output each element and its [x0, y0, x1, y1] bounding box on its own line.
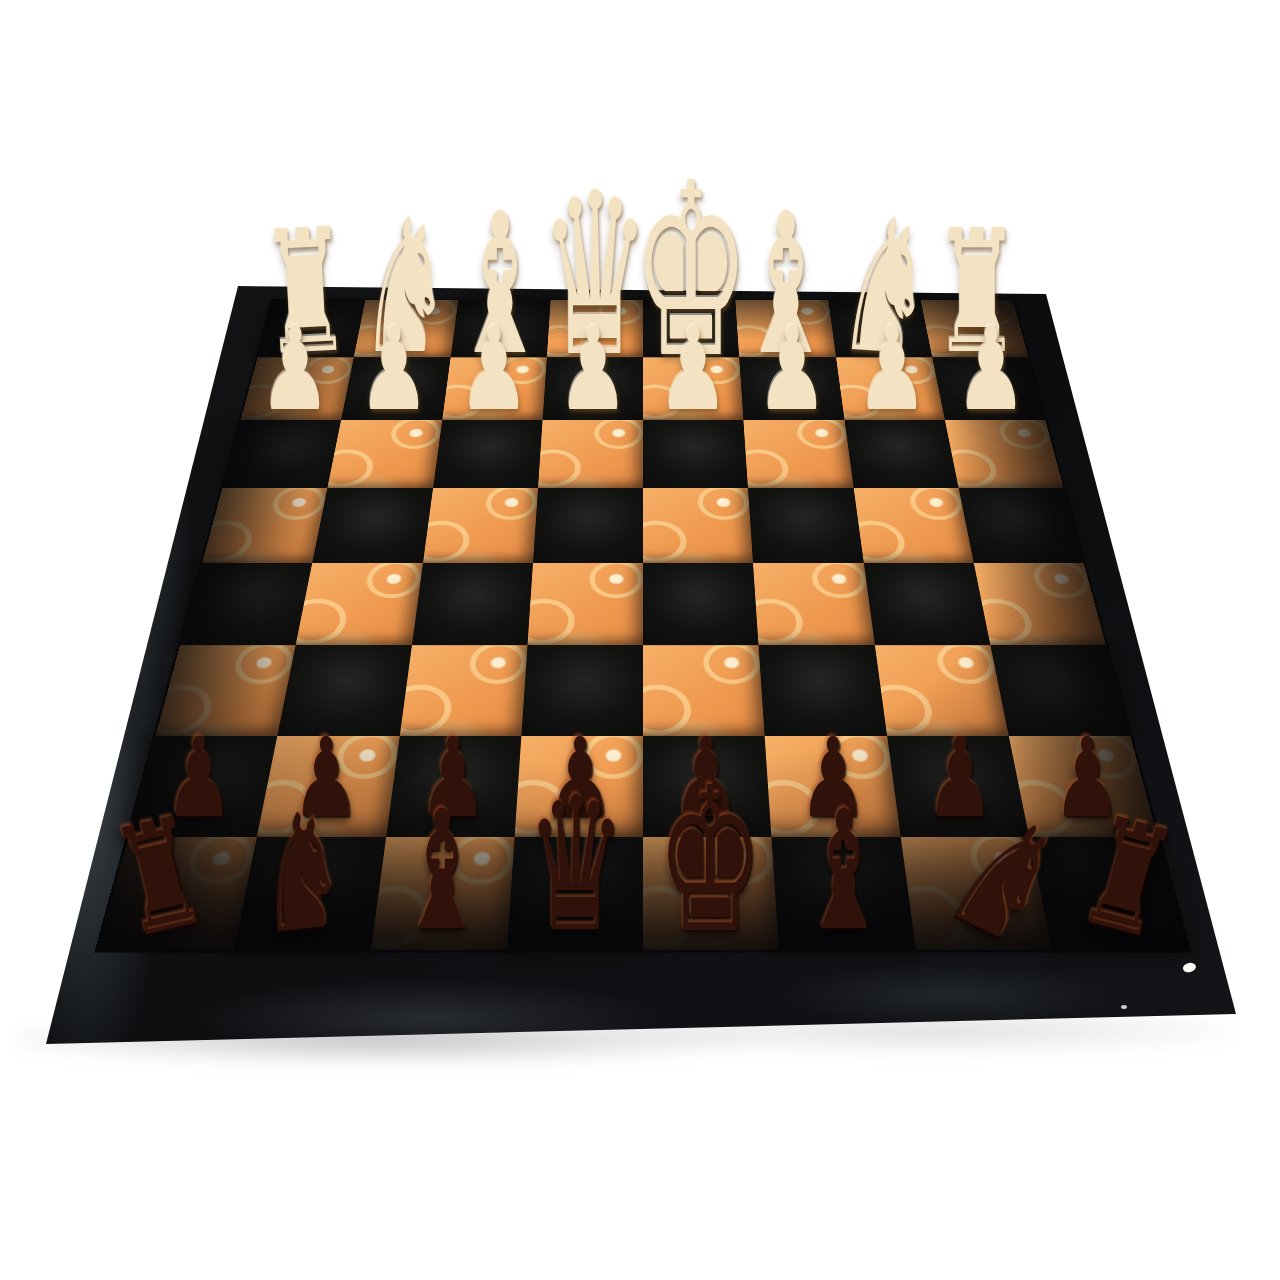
square-r0c1: [354, 300, 458, 357]
scene: ♜♞♝♛♚♝♞♜♟♟♟♟♟♟♟♟♟♟♟♟♟♟♟♟♜♞♝♛♚♝♞♜: [0, 0, 1280, 1280]
square-r6c5: [765, 736, 900, 837]
square-r1c6: [836, 357, 945, 419]
square-r0c7: [921, 300, 1029, 357]
square-r5c4: [643, 645, 765, 736]
square-r7c3: [507, 837, 643, 950]
square-r2c3: [538, 420, 643, 488]
square-r4c1: [296, 563, 423, 645]
square-r4c4: [643, 563, 759, 645]
square-r5c0: [156, 645, 296, 736]
square-r4c6: [863, 563, 990, 645]
square-r0c2: [450, 300, 550, 357]
square-r0c0: [258, 300, 366, 357]
square-r1c3: [542, 357, 643, 419]
square-r6c0: [128, 736, 277, 837]
square-r2c5: [744, 420, 854, 488]
square-r2c4: [643, 420, 748, 488]
square-r1c4: [643, 357, 744, 419]
square-r1c1: [341, 357, 450, 419]
square-r4c2: [412, 563, 533, 645]
square-r5c7: [990, 645, 1130, 736]
square-r3c7: [958, 488, 1083, 563]
square-r3c6: [853, 488, 973, 563]
square-r1c0: [241, 357, 354, 419]
square-r5c5: [759, 645, 887, 736]
square-r6c2: [386, 736, 521, 837]
square-r0c4: [643, 300, 739, 357]
square-r5c6: [874, 645, 1008, 736]
square-r3c4: [643, 488, 753, 563]
square-r3c5: [748, 488, 863, 563]
square-r2c6: [844, 420, 958, 488]
square-r3c3: [533, 488, 643, 563]
square-r1c5: [739, 357, 844, 419]
square-r0c6: [828, 300, 932, 357]
square-r0c5: [736, 300, 836, 357]
paint-chip: [1121, 1005, 1127, 1009]
square-r3c0: [202, 488, 327, 563]
square-r3c1: [312, 488, 432, 563]
chess-board: [98, 300, 1188, 950]
square-r7c5: [772, 837, 916, 950]
square-r7c4: [643, 837, 779, 950]
square-r2c0: [222, 420, 341, 488]
square-r3c2: [423, 488, 538, 563]
square-r2c2: [433, 420, 543, 488]
square-r5c3: [521, 645, 643, 736]
square-r2c7: [945, 420, 1064, 488]
square-r5c1: [277, 645, 411, 736]
square-r4c0: [180, 563, 312, 645]
square-r6c4: [643, 736, 772, 837]
square-r6c6: [887, 736, 1029, 837]
square-r7c6: [900, 837, 1051, 950]
square-r4c3: [527, 563, 643, 645]
square-r4c5: [753, 563, 874, 645]
square-r0c3: [547, 300, 643, 357]
square-r1c2: [442, 357, 547, 419]
square-r7c2: [371, 837, 515, 950]
square-r7c1: [234, 837, 385, 950]
square-r6c1: [257, 736, 399, 837]
square-r6c3: [514, 736, 643, 837]
square-r4c7: [974, 563, 1106, 645]
square-r2c1: [328, 420, 442, 488]
square-r5c2: [399, 645, 527, 736]
square-r1c7: [932, 357, 1045, 419]
